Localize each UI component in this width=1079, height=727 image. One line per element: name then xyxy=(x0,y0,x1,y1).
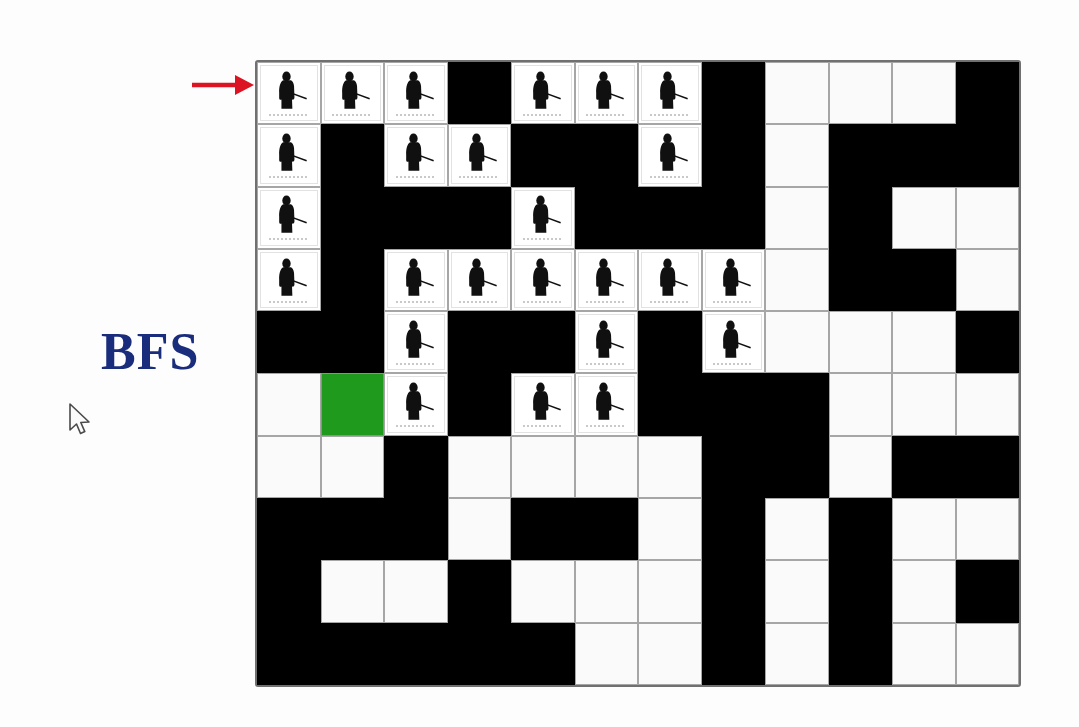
cell-r1-c1[interactable] xyxy=(321,124,385,186)
cell-r0-c2[interactable] xyxy=(384,62,448,124)
cell-r4-c7[interactable] xyxy=(702,311,766,373)
person-tile xyxy=(260,65,318,121)
cell-r0-c4[interactable] xyxy=(511,62,575,124)
cell-r3-c5[interactable] xyxy=(575,249,639,311)
cell-r9-c6[interactable] xyxy=(638,623,702,685)
cell-r0-c0[interactable] xyxy=(257,62,321,124)
cell-r8-c11[interactable] xyxy=(956,560,1020,622)
watermark-squiggle xyxy=(332,114,372,116)
maze-board xyxy=(255,60,1021,687)
cell-r6-c4[interactable] xyxy=(511,436,575,498)
person-icon xyxy=(650,71,690,113)
cell-r7-c9[interactable] xyxy=(829,498,893,560)
watermark-squiggle xyxy=(269,176,309,178)
cell-r6-c3[interactable] xyxy=(448,436,512,498)
cell-r6-c10[interactable] xyxy=(892,436,956,498)
cell-r4-c4[interactable] xyxy=(511,311,575,373)
cell-r9-c9[interactable] xyxy=(829,623,893,685)
cell-r7-c4[interactable] xyxy=(511,498,575,560)
person-icon xyxy=(650,133,690,175)
cell-r7-c7[interactable] xyxy=(702,498,766,560)
person-tile xyxy=(705,314,763,370)
person-icon xyxy=(523,382,563,424)
cell-r5-c2[interactable] xyxy=(384,373,448,435)
cell-r0-c1[interactable] xyxy=(321,62,385,124)
cell-r9-c5[interactable] xyxy=(575,623,639,685)
mouse-cursor-icon xyxy=(66,402,94,438)
cell-r4-c0[interactable] xyxy=(257,311,321,373)
cell-r6-c5[interactable] xyxy=(575,436,639,498)
cell-r1-c4[interactable] xyxy=(511,124,575,186)
cell-r1-c0[interactable] xyxy=(257,124,321,186)
watermark-squiggle xyxy=(586,114,626,116)
cell-r1-c2[interactable] xyxy=(384,124,448,186)
person-tile xyxy=(451,127,509,183)
cell-r3-c4[interactable] xyxy=(511,249,575,311)
cell-r2-c9[interactable] xyxy=(829,187,893,249)
cell-r3-c11[interactable] xyxy=(956,249,1020,311)
cell-r7-c10[interactable] xyxy=(892,498,956,560)
cell-r0-c9[interactable] xyxy=(829,62,893,124)
cell-r0-c3[interactable] xyxy=(448,62,512,124)
person-icon xyxy=(269,195,309,237)
cell-r0-c5[interactable] xyxy=(575,62,639,124)
cell-r5-c1[interactable] xyxy=(321,373,385,435)
cell-r1-c10[interactable] xyxy=(892,124,956,186)
cell-r7-c6[interactable] xyxy=(638,498,702,560)
cell-r6-c11[interactable] xyxy=(956,436,1020,498)
cell-r9-c4[interactable] xyxy=(511,623,575,685)
person-icon xyxy=(459,133,499,175)
person-icon xyxy=(523,195,563,237)
cell-r8-c5[interactable] xyxy=(575,560,639,622)
cell-r2-c10[interactable] xyxy=(892,187,956,249)
cell-r8-c3[interactable] xyxy=(448,560,512,622)
watermark-squiggle xyxy=(396,114,436,116)
person-icon xyxy=(396,382,436,424)
cell-r3-c0[interactable] xyxy=(257,249,321,311)
cell-r5-c8[interactable] xyxy=(765,373,829,435)
cell-r2-c3[interactable] xyxy=(448,187,512,249)
person-tile xyxy=(387,65,445,121)
cell-r7-c5[interactable] xyxy=(575,498,639,560)
cell-r5-c3[interactable] xyxy=(448,373,512,435)
cell-r9-c1[interactable] xyxy=(321,623,385,685)
watermark-squiggle xyxy=(586,425,626,427)
person-tile xyxy=(514,190,572,246)
person-icon xyxy=(396,71,436,113)
person-tile xyxy=(641,65,699,121)
person-icon xyxy=(269,133,309,175)
watermark-squiggle xyxy=(713,301,753,303)
person-tile xyxy=(387,376,445,432)
cell-r1-c3[interactable] xyxy=(448,124,512,186)
cell-r7-c1[interactable] xyxy=(321,498,385,560)
person-icon xyxy=(269,258,309,300)
person-icon xyxy=(396,133,436,175)
person-icon xyxy=(586,320,626,362)
cell-r1-c9[interactable] xyxy=(829,124,893,186)
cell-r3-c1[interactable] xyxy=(321,249,385,311)
cell-r4-c1[interactable] xyxy=(321,311,385,373)
cell-r7-c0[interactable] xyxy=(257,498,321,560)
cell-r5-c6[interactable] xyxy=(638,373,702,435)
cell-r8-c8[interactable] xyxy=(765,560,829,622)
cell-r6-c1[interactable] xyxy=(321,436,385,498)
cell-r7-c2[interactable] xyxy=(384,498,448,560)
watermark-squiggle xyxy=(269,238,309,240)
watermark-squiggle xyxy=(586,363,626,365)
cell-r3-c10[interactable] xyxy=(892,249,956,311)
cell-r4-c9[interactable] xyxy=(829,311,893,373)
cell-r2-c6[interactable] xyxy=(638,187,702,249)
watermark-squiggle xyxy=(459,176,499,178)
cell-r5-c9[interactable] xyxy=(829,373,893,435)
cell-r3-c8[interactable] xyxy=(765,249,829,311)
cell-r0-c6[interactable] xyxy=(638,62,702,124)
cell-r3-c7[interactable] xyxy=(702,249,766,311)
cell-r2-c8[interactable] xyxy=(765,187,829,249)
cell-r0-c10[interactable] xyxy=(892,62,956,124)
watermark-squiggle xyxy=(713,363,753,365)
cell-r8-c7[interactable] xyxy=(702,560,766,622)
cell-r2-c2[interactable] xyxy=(384,187,448,249)
cell-r4-c8[interactable] xyxy=(765,311,829,373)
person-icon xyxy=(713,320,753,362)
cell-r4-c6[interactable] xyxy=(638,311,702,373)
person-tile xyxy=(578,376,636,432)
cell-r9-c0[interactable] xyxy=(257,623,321,685)
cell-r6-c0[interactable] xyxy=(257,436,321,498)
person-icon xyxy=(650,258,690,300)
person-tile xyxy=(260,127,318,183)
cell-r2-c4[interactable] xyxy=(511,187,575,249)
cell-r1-c8[interactable] xyxy=(765,124,829,186)
watermark-squiggle xyxy=(396,176,436,178)
cell-r8-c2[interactable] xyxy=(384,560,448,622)
cell-r4-c11[interactable] xyxy=(956,311,1020,373)
person-icon xyxy=(269,71,309,113)
watermark-squiggle xyxy=(650,114,690,116)
cell-r8-c0[interactable] xyxy=(257,560,321,622)
person-tile xyxy=(578,314,636,370)
watermark-squiggle xyxy=(523,114,563,116)
person-icon xyxy=(396,258,436,300)
person-tile xyxy=(641,252,699,308)
red-arrow-icon xyxy=(191,74,255,96)
cell-r5-c5[interactable] xyxy=(575,373,639,435)
cell-r3-c9[interactable] xyxy=(829,249,893,311)
watermark-squiggle xyxy=(523,425,563,427)
person-tile xyxy=(578,252,636,308)
cell-r1-c7[interactable] xyxy=(702,124,766,186)
cell-r0-c11[interactable] xyxy=(956,62,1020,124)
cell-r6-c2[interactable] xyxy=(384,436,448,498)
cell-r3-c2[interactable] xyxy=(384,249,448,311)
cell-r2-c11[interactable] xyxy=(956,187,1020,249)
watermark-squiggle xyxy=(650,301,690,303)
cell-r6-c6[interactable] xyxy=(638,436,702,498)
cell-r1-c11[interactable] xyxy=(956,124,1020,186)
watermark-squiggle xyxy=(269,301,309,303)
cell-r8-c6[interactable] xyxy=(638,560,702,622)
person-tile xyxy=(705,252,763,308)
cell-r9-c10[interactable] xyxy=(892,623,956,685)
cell-r9-c7[interactable] xyxy=(702,623,766,685)
person-icon xyxy=(459,258,499,300)
watermark-squiggle xyxy=(650,176,690,178)
cell-r1-c5[interactable] xyxy=(575,124,639,186)
cell-r4-c5[interactable] xyxy=(575,311,639,373)
cell-r7-c8[interactable] xyxy=(765,498,829,560)
person-tile xyxy=(514,65,572,121)
watermark-squiggle xyxy=(396,301,436,303)
cell-r9-c3[interactable] xyxy=(448,623,512,685)
cell-r5-c7[interactable] xyxy=(702,373,766,435)
cell-r8-c9[interactable] xyxy=(829,560,893,622)
cell-r4-c2[interactable] xyxy=(384,311,448,373)
cell-r5-c10[interactable] xyxy=(892,373,956,435)
cell-r3-c6[interactable] xyxy=(638,249,702,311)
person-tile xyxy=(324,65,382,121)
watermark-squiggle xyxy=(586,301,626,303)
watermark-squiggle xyxy=(396,363,436,365)
person-icon xyxy=(396,320,436,362)
person-tile xyxy=(578,65,636,121)
person-tile xyxy=(260,190,318,246)
cell-r3-c3[interactable] xyxy=(448,249,512,311)
person-icon xyxy=(713,258,753,300)
person-tile xyxy=(514,376,572,432)
person-tile xyxy=(451,252,509,308)
bfs-slide: BFS xyxy=(0,0,1079,727)
cell-r6-c7[interactable] xyxy=(702,436,766,498)
cell-r9-c2[interactable] xyxy=(384,623,448,685)
cell-r4-c3[interactable] xyxy=(448,311,512,373)
person-icon xyxy=(523,258,563,300)
person-icon xyxy=(586,382,626,424)
cell-r7-c3[interactable] xyxy=(448,498,512,560)
cell-r0-c8[interactable] xyxy=(765,62,829,124)
cell-r8-c10[interactable] xyxy=(892,560,956,622)
cell-r5-c11[interactable] xyxy=(956,373,1020,435)
cell-r0-c7[interactable] xyxy=(702,62,766,124)
cell-r9-c11[interactable] xyxy=(956,623,1020,685)
cell-r2-c1[interactable] xyxy=(321,187,385,249)
cell-r7-c11[interactable] xyxy=(956,498,1020,560)
cell-r2-c0[interactable] xyxy=(257,187,321,249)
watermark-squiggle xyxy=(269,114,309,116)
watermark-squiggle xyxy=(523,301,563,303)
cell-r4-c10[interactable] xyxy=(892,311,956,373)
person-tile xyxy=(260,252,318,308)
cell-r8-c1[interactable] xyxy=(321,560,385,622)
cell-r5-c0[interactable] xyxy=(257,373,321,435)
person-tile xyxy=(387,127,445,183)
cell-r1-c6[interactable] xyxy=(638,124,702,186)
person-icon xyxy=(586,258,626,300)
cell-r6-c8[interactable] xyxy=(765,436,829,498)
person-tile xyxy=(514,252,572,308)
watermark-squiggle xyxy=(523,238,563,240)
cell-r6-c9[interactable] xyxy=(829,436,893,498)
cell-r9-c8[interactable] xyxy=(765,623,829,685)
bfs-heading: BFS xyxy=(101,322,211,381)
cell-r5-c4[interactable] xyxy=(511,373,575,435)
cell-r8-c4[interactable] xyxy=(511,560,575,622)
cell-r2-c7[interactable] xyxy=(702,187,766,249)
person-icon xyxy=(332,71,372,113)
cell-r2-c5[interactable] xyxy=(575,187,639,249)
watermark-squiggle xyxy=(396,425,436,427)
person-icon xyxy=(523,71,563,113)
watermark-squiggle xyxy=(459,301,499,303)
person-icon xyxy=(586,71,626,113)
person-tile xyxy=(387,314,445,370)
person-tile xyxy=(641,127,699,183)
person-tile xyxy=(387,252,445,308)
